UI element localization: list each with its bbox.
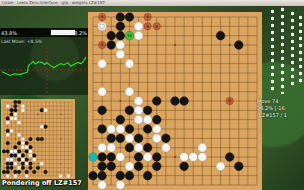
white-stone[interactable]: [29, 154, 33, 158]
white-stone[interactable]: [6, 158, 10, 162]
black-stone[interactable]: [6, 129, 10, 133]
black-stone[interactable]: [17, 158, 21, 162]
white-stone[interactable]: [25, 145, 29, 149]
black-stone[interactable]: [25, 170, 29, 174]
white-stone[interactable]: [13, 149, 17, 153]
black-stone[interactable]: [32, 154, 36, 158]
white-stone[interactable]: [25, 162, 29, 166]
hoshi-point: [119, 100, 121, 102]
black-stone[interactable]: [13, 100, 17, 104]
white-stone[interactable]: [134, 106, 143, 115]
black-stone[interactable]: [29, 137, 33, 141]
white-stone[interactable]: [98, 59, 107, 68]
black-stone[interactable]: [152, 153, 161, 162]
black-stone[interactable]: [116, 171, 125, 180]
white-stone[interactable]: [6, 121, 10, 125]
white-stone[interactable]: [10, 149, 14, 153]
black-stone[interactable]: [25, 141, 29, 145]
black-stone[interactable]: [10, 112, 14, 116]
white-stone[interactable]: [13, 174, 17, 178]
black-stone[interactable]: [98, 162, 107, 171]
white-stone[interactable]: [10, 129, 14, 133]
white-stone[interactable]: [152, 125, 161, 134]
white-stone[interactable]: [143, 153, 152, 162]
black-stone[interactable]: [125, 13, 134, 22]
black-stone[interactable]: [17, 149, 21, 153]
bokeh-lights: [291, 10, 294, 88]
black-stone[interactable]: [13, 154, 17, 158]
hoshi-point: [60, 163, 61, 164]
black-stone[interactable]: [44, 125, 48, 129]
black-stone[interactable]: [180, 97, 189, 106]
white-stone[interactable]: [17, 166, 21, 170]
move-info-panel: Move 74 36.2% [-16. (LZ#157 / 1: [257, 98, 304, 119]
black-stone[interactable]: [2, 170, 6, 174]
black-stone[interactable]: [225, 153, 234, 162]
black-stone[interactable]: [13, 108, 17, 112]
white-stone[interactable]: [40, 162, 44, 166]
main-go-board[interactable]: 36888888: [88, 12, 262, 190]
black-stone[interactable]: [98, 125, 107, 134]
white-stone[interactable]: [17, 121, 21, 125]
black-stone[interactable]: [116, 134, 125, 143]
black-stone[interactable]: [17, 141, 21, 145]
black-stone[interactable]: [116, 115, 125, 124]
white-stone[interactable]: [134, 143, 143, 152]
variation-sub-board[interactable]: [1, 99, 75, 179]
black-stone[interactable]: [6, 117, 10, 121]
white-stone[interactable]: [125, 162, 134, 171]
black-stone[interactable]: [234, 162, 243, 171]
white-stone[interactable]: [13, 117, 17, 121]
white-stone[interactable]: [98, 87, 107, 96]
white-stone[interactable]: [134, 22, 143, 31]
white-stone[interactable]: [98, 181, 107, 190]
winrate-line-chart[interactable]: [0, 45, 88, 95]
engine-weights-label: (LZ#157 / 1: [257, 112, 304, 119]
window-title-bar[interactable]: Lizzie - Leela Zero Interface - gtp - we…: [0, 0, 304, 6]
black-stone[interactable]: [116, 31, 125, 40]
white-stone[interactable]: [21, 137, 25, 141]
teal-highlight-stone[interactable]: [89, 153, 98, 162]
white-stone[interactable]: [13, 112, 17, 116]
black-stone[interactable]: [143, 106, 152, 115]
black-stone[interactable]: [29, 162, 33, 166]
black-stone[interactable]: [89, 171, 98, 180]
white-stone[interactable]: [134, 31, 143, 40]
white-stone[interactable]: [25, 174, 29, 178]
white-stone[interactable]: [116, 125, 125, 134]
white-stone[interactable]: [98, 143, 107, 152]
black-stone[interactable]: [107, 162, 116, 171]
pondering-status-label: Pondering off LZ#157: [2, 179, 82, 187]
black-stone[interactable]: [6, 141, 10, 145]
suggestion-winrate-text: 36: [127, 33, 132, 38]
hoshi-point: [15, 138, 16, 139]
black-stone[interactable]: [125, 125, 134, 134]
white-stone[interactable]: [21, 141, 25, 145]
black-stone[interactable]: [10, 162, 14, 166]
white-stone[interactable]: [13, 162, 17, 166]
black-stone[interactable]: [134, 134, 143, 143]
black-stone[interactable]: [32, 170, 36, 174]
white-stone[interactable]: [198, 153, 207, 162]
white-stone[interactable]: [40, 125, 44, 129]
white-stone[interactable]: [32, 158, 36, 162]
black-stone[interactable]: [29, 145, 33, 149]
white-stone[interactable]: [162, 143, 171, 152]
black-stone[interactable]: [134, 162, 143, 171]
white-stone[interactable]: [152, 134, 161, 143]
black-stone[interactable]: [171, 97, 180, 106]
black-stone[interactable]: [216, 31, 225, 40]
white-stone[interactable]: [180, 153, 189, 162]
black-stone[interactable]: [134, 153, 143, 162]
black-stone[interactable]: [98, 153, 107, 162]
white-stone[interactable]: [59, 174, 63, 178]
white-stone[interactable]: [21, 104, 25, 108]
black-winrate-label: 43.8%: [1, 30, 17, 36]
black-stone[interactable]: [107, 134, 116, 143]
black-stone[interactable]: [6, 170, 10, 174]
white-stone[interactable]: [198, 143, 207, 152]
white-stone[interactable]: [6, 133, 10, 137]
white-stone[interactable]: [21, 158, 25, 162]
hoshi-point: [174, 156, 176, 158]
hoshi-point: [60, 138, 61, 139]
bokeh-lights: [281, 6, 284, 94]
winrate-polyline: [2, 57, 86, 75]
white-stone[interactable]: [107, 125, 116, 134]
lizzie-app-window: Lizzie - Leela Zero Interface - gtp - we…: [0, 0, 304, 190]
black-stone[interactable]: [21, 154, 25, 158]
current-winrate-label: 78.2%: [71, 30, 87, 36]
black-stone[interactable]: [44, 170, 48, 174]
last-move-delta-label: Last Move: +8.5%: [1, 39, 42, 44]
black-stone[interactable]: [234, 41, 243, 50]
bokeh-lights: [271, 8, 274, 92]
white-stone[interactable]: [17, 133, 21, 137]
black-stone[interactable]: [116, 22, 125, 31]
black-stone[interactable]: [6, 166, 10, 170]
black-stone[interactable]: [10, 108, 14, 112]
black-stone[interactable]: [17, 100, 21, 104]
white-stone[interactable]: [116, 41, 125, 50]
white-stone[interactable]: [107, 143, 116, 152]
white-stone[interactable]: [134, 115, 143, 124]
white-stone[interactable]: [125, 59, 134, 68]
black-stone[interactable]: [25, 158, 29, 162]
white-stone[interactable]: [21, 108, 25, 112]
black-stone[interactable]: [152, 115, 161, 124]
move-number-label: Move 74: [257, 98, 304, 105]
black-stone[interactable]: [125, 171, 134, 180]
black-stone[interactable]: [25, 149, 29, 153]
black-stone[interactable]: [98, 106, 107, 115]
black-stone[interactable]: [40, 137, 44, 141]
winrate-graph-panel: 43.8% 78.2% Last Move: +8.5%: [0, 28, 88, 95]
white-stone[interactable]: [10, 117, 14, 121]
black-stone[interactable]: [143, 171, 152, 180]
black-stone[interactable]: [143, 143, 152, 152]
winrate-drop-label: 36.2% [-16.: [257, 105, 304, 112]
white-stone[interactable]: [21, 145, 25, 149]
black-stone[interactable]: [29, 166, 33, 170]
white-stone[interactable]: [134, 97, 143, 106]
white-stone[interactable]: [6, 104, 10, 108]
black-stone[interactable]: [125, 143, 134, 152]
white-stone[interactable]: [216, 162, 225, 171]
black-stone[interactable]: [125, 106, 134, 115]
white-stone[interactable]: [116, 181, 125, 190]
white-stone[interactable]: [125, 134, 134, 143]
black-stone[interactable]: [36, 137, 40, 141]
black-stone[interactable]: [107, 31, 116, 40]
black-stone[interactable]: [2, 149, 6, 153]
hoshi-point: [229, 44, 231, 46]
white-stone[interactable]: [66, 174, 70, 178]
white-stone[interactable]: [189, 153, 198, 162]
black-stone[interactable]: [98, 171, 107, 180]
bokeh-lights: [299, 14, 302, 84]
white-stone[interactable]: [44, 108, 48, 112]
black-stone[interactable]: [107, 153, 116, 162]
black-stone[interactable]: [10, 154, 14, 158]
black-stone[interactable]: [152, 97, 161, 106]
black-stone[interactable]: [36, 166, 40, 170]
winrate-graph-header: 43.8% 78.2%: [0, 28, 88, 37]
black-stone[interactable]: [6, 162, 10, 166]
white-stone[interactable]: [143, 115, 152, 124]
black-stone[interactable]: [116, 13, 125, 22]
black-stone[interactable]: [152, 162, 161, 171]
black-stone[interactable]: [162, 134, 171, 143]
black-stone[interactable]: [21, 166, 25, 170]
white-stone[interactable]: [125, 87, 134, 96]
white-stone[interactable]: [98, 22, 107, 31]
white-stone[interactable]: [116, 50, 125, 59]
white-stone[interactable]: [10, 158, 14, 162]
black-stone[interactable]: [107, 41, 116, 50]
black-stone[interactable]: [10, 166, 14, 170]
black-stone[interactable]: [21, 162, 25, 166]
white-stone[interactable]: [116, 153, 125, 162]
black-stone[interactable]: [13, 104, 17, 108]
black-stone[interactable]: [180, 162, 189, 171]
black-stone[interactable]: [6, 149, 10, 153]
black-stone[interactable]: [143, 125, 152, 134]
hoshi-point: [37, 163, 38, 164]
black-stone[interactable]: [13, 145, 17, 149]
black-stone[interactable]: [17, 170, 21, 174]
white-stone[interactable]: [29, 149, 33, 153]
black-stone[interactable]: [13, 170, 17, 174]
black-stone[interactable]: [40, 108, 44, 112]
hoshi-point: [174, 44, 176, 46]
white-stone[interactable]: [6, 174, 10, 178]
hoshi-point: [37, 114, 38, 115]
white-stone[interactable]: [17, 154, 21, 158]
hoshi-point: [60, 114, 61, 115]
